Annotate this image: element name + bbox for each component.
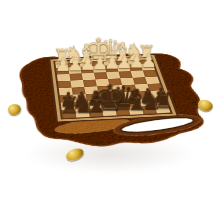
piece-white-pawn[interactable]: ♟: [34, 56, 92, 74]
product-photo: ♜♞♝♚♛♝♞♜♟♟♟♟♟♟♟♟♟♟♟♟♟♟♟♟♜♞♝♚♛♝♞♜: [0, 0, 220, 200]
piece-black-rook[interactable]: ♜: [38, 94, 102, 117]
chess-board: ♜♞♝♚♛♝♞♜♟♟♟♟♟♟♟♟♟♟♟♟♟♟♟♟♜♞♝♚♛♝♞♜: [53, 56, 173, 119]
scene: ♜♞♝♚♛♝♞♜♟♟♟♟♟♟♟♟♟♟♟♟♟♟♟♟♜♞♝♚♛♝♞♜: [0, 0, 220, 200]
square-h2[interactable]: ♟: [56, 68, 69, 75]
square-h8[interactable]: ♜: [62, 110, 77, 119]
carved-case: ♜♞♝♚♛♝♞♜♟♟♟♟♟♟♟♟♟♟♟♟♟♟♟♟♜♞♝♚♛♝♞♜: [13, 48, 220, 157]
